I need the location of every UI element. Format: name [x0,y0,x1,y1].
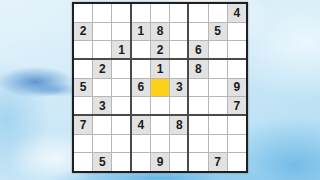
cell-r9c8[interactable]: 7 [209,153,227,171]
cell-r5c7[interactable] [189,79,207,97]
cell-r6c4[interactable] [132,97,150,115]
cell-r6c9[interactable]: 7 [228,97,246,115]
cell-r5c8[interactable] [209,79,227,97]
cell-r2c2[interactable] [93,23,111,41]
cell-r6c2[interactable]: 3 [93,97,111,115]
cell-r8c8[interactable] [209,135,227,153]
cell-r3c2[interactable] [93,41,111,59]
cell-r8c7[interactable] [189,135,207,153]
cell-r2c4[interactable]: 1 [132,23,150,41]
cell-r4c6[interactable] [170,60,188,78]
cell-r9c3[interactable] [112,153,130,171]
cell-r6c8[interactable] [209,97,227,115]
cell-r4c9[interactable] [228,60,246,78]
cell-r6c7[interactable] [189,97,207,115]
cell-r3c6[interactable] [170,41,188,59]
cell-r6c6[interactable] [170,97,188,115]
cell-r2c1[interactable]: 2 [74,23,92,41]
cell-r7c7[interactable] [189,116,207,134]
cell-r8c6[interactable] [170,135,188,153]
cell-r3c1[interactable] [74,41,92,59]
cell-r8c9[interactable] [228,135,246,153]
cell-r9c2[interactable]: 5 [93,153,111,171]
cell-r8c2[interactable] [93,135,111,153]
cell-r9c1[interactable] [74,153,92,171]
cell-r1c4[interactable] [132,4,150,22]
cell-r8c4[interactable] [132,135,150,153]
cell-r3c3[interactable]: 1 [112,41,130,59]
cell-r6c5[interactable] [151,97,169,115]
cell-r5c5[interactable] [151,79,169,97]
cell-r7c4[interactable]: 4 [132,116,150,134]
cell-r1c8[interactable] [209,4,227,22]
cell-r2c5[interactable]: 8 [151,23,169,41]
cell-r1c9[interactable]: 4 [228,4,246,22]
cell-r9c4[interactable] [132,153,150,171]
cell-r9c9[interactable] [228,153,246,171]
cell-r6c3[interactable] [112,97,130,115]
cell-r7c3[interactable] [112,116,130,134]
cell-r1c5[interactable] [151,4,169,22]
cell-r3c8[interactable] [209,41,227,59]
ice-background: 42185126218563937748597 [0,0,320,180]
cell-r7c1[interactable]: 7 [74,116,92,134]
cell-r4c4[interactable] [132,60,150,78]
cell-r9c5[interactable]: 9 [151,153,169,171]
cell-r2c9[interactable] [228,23,246,41]
cell-r7c6[interactable]: 8 [170,116,188,134]
cell-r3c9[interactable] [228,41,246,59]
cell-r1c3[interactable] [112,4,130,22]
cell-r8c3[interactable] [112,135,130,153]
cell-r7c2[interactable] [93,116,111,134]
cell-r4c3[interactable] [112,60,130,78]
cell-r5c1[interactable]: 5 [74,79,92,97]
cell-r8c1[interactable] [74,135,92,153]
cell-r5c2[interactable] [93,79,111,97]
cell-r2c8[interactable]: 5 [209,23,227,41]
cell-r7c8[interactable] [209,116,227,134]
cell-r4c5[interactable]: 1 [151,60,169,78]
cell-r1c1[interactable] [74,4,92,22]
cell-r6c1[interactable] [74,97,92,115]
cell-r1c2[interactable] [93,4,111,22]
cell-r2c6[interactable] [170,23,188,41]
cell-r5c9[interactable]: 9 [228,79,246,97]
cell-r4c2[interactable]: 2 [93,60,111,78]
sudoku-board: 42185126218563937748597 [72,2,248,173]
cell-r4c8[interactable] [209,60,227,78]
cell-r7c5[interactable] [151,116,169,134]
cell-r1c7[interactable] [189,4,207,22]
cell-r5c4[interactable]: 6 [132,79,150,97]
cell-r5c3[interactable] [112,79,130,97]
cell-r3c7[interactable]: 6 [189,41,207,59]
cell-r4c1[interactable] [74,60,92,78]
cell-r2c3[interactable] [112,23,130,41]
cell-r3c4[interactable] [132,41,150,59]
cell-r5c6[interactable]: 3 [170,79,188,97]
cell-r3c5[interactable]: 2 [151,41,169,59]
cell-r9c7[interactable] [189,153,207,171]
cell-r4c7[interactable]: 8 [189,60,207,78]
cell-r7c9[interactable] [228,116,246,134]
cell-r9c6[interactable] [170,153,188,171]
sudoku-grid: 42185126218563937748597 [74,4,246,171]
cell-r1c6[interactable] [170,4,188,22]
cell-r2c7[interactable] [189,23,207,41]
cell-r8c5[interactable] [151,135,169,153]
